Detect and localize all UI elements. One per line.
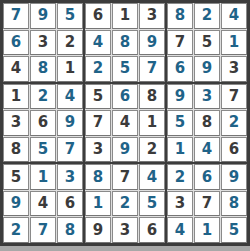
sudoku-cell-r3c5[interactable]: 5 <box>112 56 138 82</box>
sudoku-board: 7956324816134892578247516931243698575687… <box>0 0 250 246</box>
sudoku-cell-r8c1[interactable]: 9 <box>3 191 29 217</box>
sudoku-cell-r3c7[interactable]: 6 <box>167 56 193 82</box>
sudoku-cell-r1c2[interactable]: 9 <box>30 3 56 29</box>
sudoku-cell-r5c7[interactable]: 5 <box>167 110 193 136</box>
sudoku-cell-r1c9[interactable]: 4 <box>221 3 247 29</box>
sudoku-cell-r7c7[interactable]: 2 <box>167 164 193 190</box>
sudoku-cell-r9c3[interactable]: 8 <box>57 217 83 243</box>
sudoku-cell-r9c1[interactable]: 2 <box>3 217 29 243</box>
sudoku-cell-r5c8[interactable]: 8 <box>194 110 220 136</box>
sudoku-cell-r5c6[interactable]: 1 <box>139 110 165 136</box>
sudoku-cell-r7c8[interactable]: 6 <box>194 164 220 190</box>
sudoku-box: 124369857 <box>3 84 83 163</box>
sudoku-cell-r8c3[interactable]: 6 <box>57 191 83 217</box>
sudoku-cell-r2c8[interactable]: 5 <box>194 30 220 56</box>
sudoku-cell-r8c5[interactable]: 2 <box>112 191 138 217</box>
sudoku-box: 613489257 <box>85 3 165 82</box>
sudoku-box: 937582146 <box>167 84 247 163</box>
sudoku-cell-r2c1[interactable]: 6 <box>3 30 29 56</box>
sudoku-cell-r3c4[interactable]: 2 <box>85 56 111 82</box>
sudoku-cell-r4c8[interactable]: 3 <box>194 84 220 110</box>
sudoku-cell-r8c2[interactable]: 4 <box>30 191 56 217</box>
sudoku-cell-r4c7[interactable]: 9 <box>167 84 193 110</box>
sudoku-cell-r7c4[interactable]: 8 <box>85 164 111 190</box>
sudoku-cell-r5c9[interactable]: 2 <box>221 110 247 136</box>
sudoku-cell-r6c1[interactable]: 8 <box>3 137 29 163</box>
sudoku-cell-r6c8[interactable]: 4 <box>194 137 220 163</box>
sudoku-cell-r9c8[interactable]: 1 <box>194 217 220 243</box>
sudoku-cell-r7c1[interactable]: 5 <box>3 164 29 190</box>
sudoku-box: 824751693 <box>167 3 247 82</box>
sudoku-cell-r2c6[interactable]: 9 <box>139 30 165 56</box>
sudoku-cell-r7c9[interactable]: 9 <box>221 164 247 190</box>
sudoku-cell-r1c1[interactable]: 7 <box>3 3 29 29</box>
sudoku-cell-r4c4[interactable]: 5 <box>85 84 111 110</box>
sudoku-cell-r2c3[interactable]: 2 <box>57 30 83 56</box>
sudoku-cell-r6c3[interactable]: 7 <box>57 137 83 163</box>
sudoku-cell-r9c7[interactable]: 4 <box>167 217 193 243</box>
board-shadow <box>0 246 250 251</box>
sudoku-cell-r4c6[interactable]: 8 <box>139 84 165 110</box>
sudoku-cell-r1c3[interactable]: 5 <box>57 3 83 29</box>
sudoku-cell-r4c1[interactable]: 1 <box>3 84 29 110</box>
sudoku-cell-r4c3[interactable]: 4 <box>57 84 83 110</box>
sudoku-box: 269378415 <box>167 164 247 243</box>
sudoku-cell-r6c6[interactable]: 2 <box>139 137 165 163</box>
sudoku-cell-r3c2[interactable]: 8 <box>30 56 56 82</box>
sudoku-cell-r7c2[interactable]: 1 <box>30 164 56 190</box>
sudoku-cell-r8c6[interactable]: 5 <box>139 191 165 217</box>
sudoku-cell-r2c5[interactable]: 8 <box>112 30 138 56</box>
sudoku-cell-r8c9[interactable]: 8 <box>221 191 247 217</box>
sudoku-cell-r9c6[interactable]: 6 <box>139 217 165 243</box>
sudoku-cell-r7c6[interactable]: 4 <box>139 164 165 190</box>
sudoku-cell-r8c7[interactable]: 3 <box>167 191 193 217</box>
sudoku-cell-r5c5[interactable]: 4 <box>112 110 138 136</box>
sudoku-cell-r2c9[interactable]: 1 <box>221 30 247 56</box>
sudoku-cell-r5c4[interactable]: 7 <box>85 110 111 136</box>
sudoku-cell-r3c9[interactable]: 3 <box>221 56 247 82</box>
sudoku-box: 568741392 <box>85 84 165 163</box>
sudoku-cell-r1c7[interactable]: 8 <box>167 3 193 29</box>
sudoku-cell-r4c5[interactable]: 6 <box>112 84 138 110</box>
sudoku-cell-r1c8[interactable]: 2 <box>194 3 220 29</box>
sudoku-cell-r3c6[interactable]: 7 <box>139 56 165 82</box>
sudoku-cell-r6c2[interactable]: 5 <box>30 137 56 163</box>
sudoku-cell-r3c3[interactable]: 1 <box>57 56 83 82</box>
sudoku-cell-r5c2[interactable]: 6 <box>30 110 56 136</box>
sudoku-cell-r3c8[interactable]: 9 <box>194 56 220 82</box>
sudoku-app: 7956324816134892578247516931243698575687… <box>0 0 250 251</box>
sudoku-cell-r3c1[interactable]: 4 <box>3 56 29 82</box>
sudoku-cell-r5c3[interactable]: 9 <box>57 110 83 136</box>
sudoku-cell-r2c2[interactable]: 3 <box>30 30 56 56</box>
sudoku-cell-r9c9[interactable]: 5 <box>221 217 247 243</box>
sudoku-cell-r1c5[interactable]: 1 <box>112 3 138 29</box>
sudoku-box: 874125936 <box>85 164 165 243</box>
sudoku-cell-r5c1[interactable]: 3 <box>3 110 29 136</box>
sudoku-cell-r8c4[interactable]: 1 <box>85 191 111 217</box>
sudoku-cell-r6c5[interactable]: 9 <box>112 137 138 163</box>
sudoku-cell-r6c4[interactable]: 3 <box>85 137 111 163</box>
sudoku-cell-r7c3[interactable]: 3 <box>57 164 83 190</box>
sudoku-cell-r6c9[interactable]: 6 <box>221 137 247 163</box>
sudoku-cell-r2c7[interactable]: 7 <box>167 30 193 56</box>
sudoku-cell-r4c9[interactable]: 7 <box>221 84 247 110</box>
sudoku-box: 513946278 <box>3 164 83 243</box>
sudoku-cell-r9c2[interactable]: 7 <box>30 217 56 243</box>
sudoku-box: 795632481 <box>3 3 83 82</box>
sudoku-cell-r6c7[interactable]: 1 <box>167 137 193 163</box>
sudoku-cell-r8c8[interactable]: 7 <box>194 191 220 217</box>
sudoku-cell-r1c4[interactable]: 6 <box>85 3 111 29</box>
sudoku-cell-r9c5[interactable]: 3 <box>112 217 138 243</box>
sudoku-cell-r7c5[interactable]: 7 <box>112 164 138 190</box>
sudoku-cell-r9c4[interactable]: 9 <box>85 217 111 243</box>
sudoku-cell-r2c4[interactable]: 4 <box>85 30 111 56</box>
sudoku-cell-r1c6[interactable]: 3 <box>139 3 165 29</box>
sudoku-cell-r4c2[interactable]: 2 <box>30 84 56 110</box>
